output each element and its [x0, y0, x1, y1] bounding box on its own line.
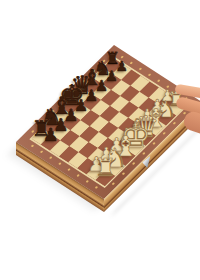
- product-photo-stage: ♜♟♟♜♞♟♟♞♝♟♟♝♛♟♟♛♚♟♟♚♝♟♟♝♞♟♟♞♜♟♟♜: [0, 0, 200, 280]
